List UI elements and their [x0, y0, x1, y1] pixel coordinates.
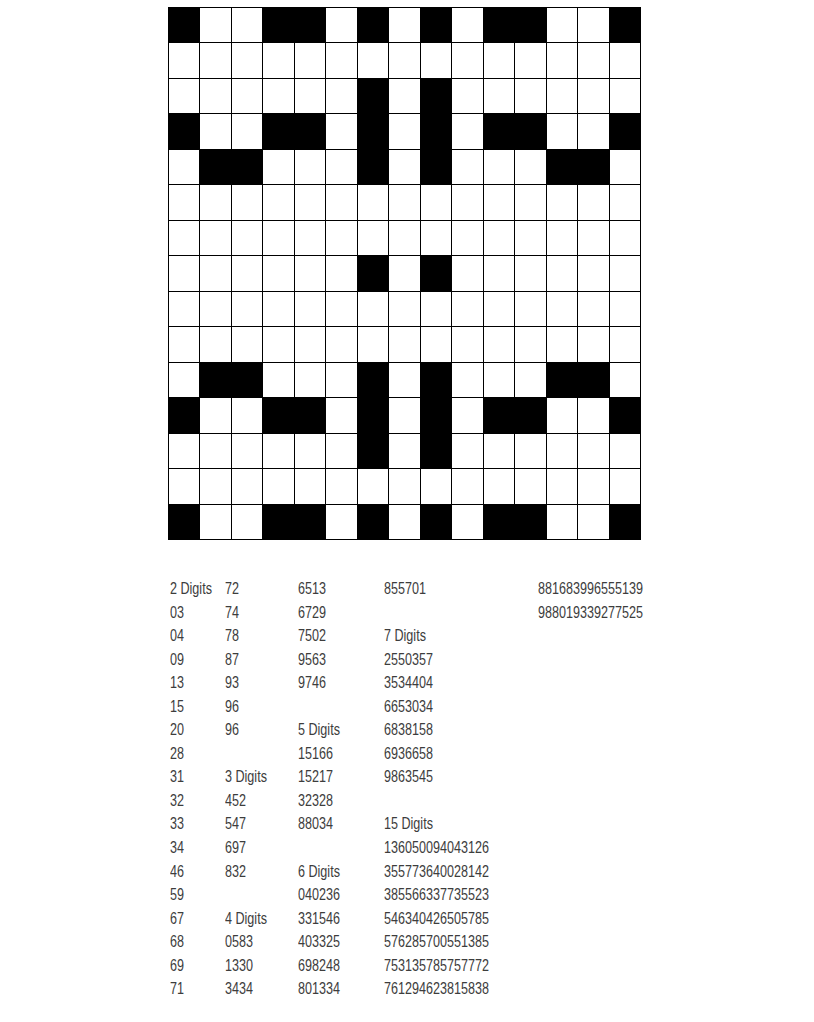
clue-number: 46: [170, 860, 212, 884]
clue-number: 03: [170, 601, 212, 625]
clue-number: 74: [225, 601, 267, 625]
clue-number: 6729: [298, 601, 340, 625]
clue-number: 93: [225, 671, 267, 695]
clue-number: 13: [170, 671, 212, 695]
clue-group-header: 2 Digits: [170, 577, 212, 601]
clue-number: 88034: [298, 812, 340, 836]
clue-column-5: 881683996555139988019339277525: [538, 577, 643, 624]
clue-number: 3434: [225, 977, 267, 1001]
clue-number: 403325: [298, 930, 340, 954]
clue-number: 72: [225, 577, 267, 601]
clue-number: 855701: [384, 577, 489, 601]
clue-number: 546340426505785: [384, 907, 489, 931]
clue-spacer: [225, 742, 267, 766]
clue-number: 59: [170, 883, 212, 907]
clue-list: 2 Digits03040913152028313233344659676869…: [0, 0, 814, 1022]
clue-number: 34: [170, 836, 212, 860]
clue-spacer: [384, 789, 489, 813]
clue-number: 96: [225, 718, 267, 742]
clue-column-3: 651367297502956397465 Digits151661521732…: [298, 577, 340, 1001]
clue-number: 28: [170, 742, 212, 766]
clue-spacer: [298, 836, 340, 860]
clue-number: 87: [225, 648, 267, 672]
clue-number: 698248: [298, 954, 340, 978]
clue-number: 9563: [298, 648, 340, 672]
clue-number: 15166: [298, 742, 340, 766]
clue-number: 9863545: [384, 765, 489, 789]
clue-number: 32: [170, 789, 212, 813]
clue-number: 09: [170, 648, 212, 672]
clue-number: 7502: [298, 624, 340, 648]
clue-number: 988019339277525: [538, 601, 643, 625]
clue-number: 15: [170, 695, 212, 719]
clue-group-header: 5 Digits: [298, 718, 340, 742]
clue-number: 68: [170, 930, 212, 954]
clue-number: 331546: [298, 907, 340, 931]
clue-group-header: 6 Digits: [298, 860, 340, 884]
clue-column-1: 2 Digits03040913152028313233344659676869…: [170, 577, 212, 1001]
clue-number: 69: [170, 954, 212, 978]
clue-number: 547: [225, 812, 267, 836]
clue-number: 832: [225, 860, 267, 884]
clue-number: 67: [170, 907, 212, 931]
clue-number: 6936658: [384, 742, 489, 766]
clue-number: 355773640028142: [384, 860, 489, 884]
clue-number: 6838158: [384, 718, 489, 742]
clue-number: 20: [170, 718, 212, 742]
clue-spacer: [384, 601, 489, 625]
clue-number: 96: [225, 695, 267, 719]
clue-column-4: 8557017 Digits25503573534404665303468381…: [384, 577, 489, 1001]
clue-number: 881683996555139: [538, 577, 643, 601]
clue-number: 04: [170, 624, 212, 648]
clue-number: 040236: [298, 883, 340, 907]
clue-number: 1330: [225, 954, 267, 978]
clue-number: 136050094043126: [384, 836, 489, 860]
clue-number: 6653034: [384, 695, 489, 719]
clue-number: 78: [225, 624, 267, 648]
clue-number: 801334: [298, 977, 340, 1001]
clue-group-header: 15 Digits: [384, 812, 489, 836]
clue-group-header: 4 Digits: [225, 907, 267, 931]
clue-number: 2550357: [384, 648, 489, 672]
clue-spacer: [225, 883, 267, 907]
clue-number: 6513: [298, 577, 340, 601]
clue-number: 753135785757772: [384, 954, 489, 978]
clue-number: 31: [170, 765, 212, 789]
clue-number: 697: [225, 836, 267, 860]
clue-number: 576285700551385: [384, 930, 489, 954]
clue-number: 3534404: [384, 671, 489, 695]
clue-number: 452: [225, 789, 267, 813]
clue-column-2: 727478879396963 Digits4525476978324 Digi…: [225, 577, 267, 1001]
clue-number: 761294623815838: [384, 977, 489, 1001]
clue-number: 0583: [225, 930, 267, 954]
clue-spacer: [298, 695, 340, 719]
clue-group-header: 7 Digits: [384, 624, 489, 648]
clue-group-header: 3 Digits: [225, 765, 267, 789]
clue-number: 32328: [298, 789, 340, 813]
clue-number: 15217: [298, 765, 340, 789]
clue-number: 71: [170, 977, 212, 1001]
clue-number: 9746: [298, 671, 340, 695]
clue-number: 385566337735523: [384, 883, 489, 907]
clue-number: 33: [170, 812, 212, 836]
